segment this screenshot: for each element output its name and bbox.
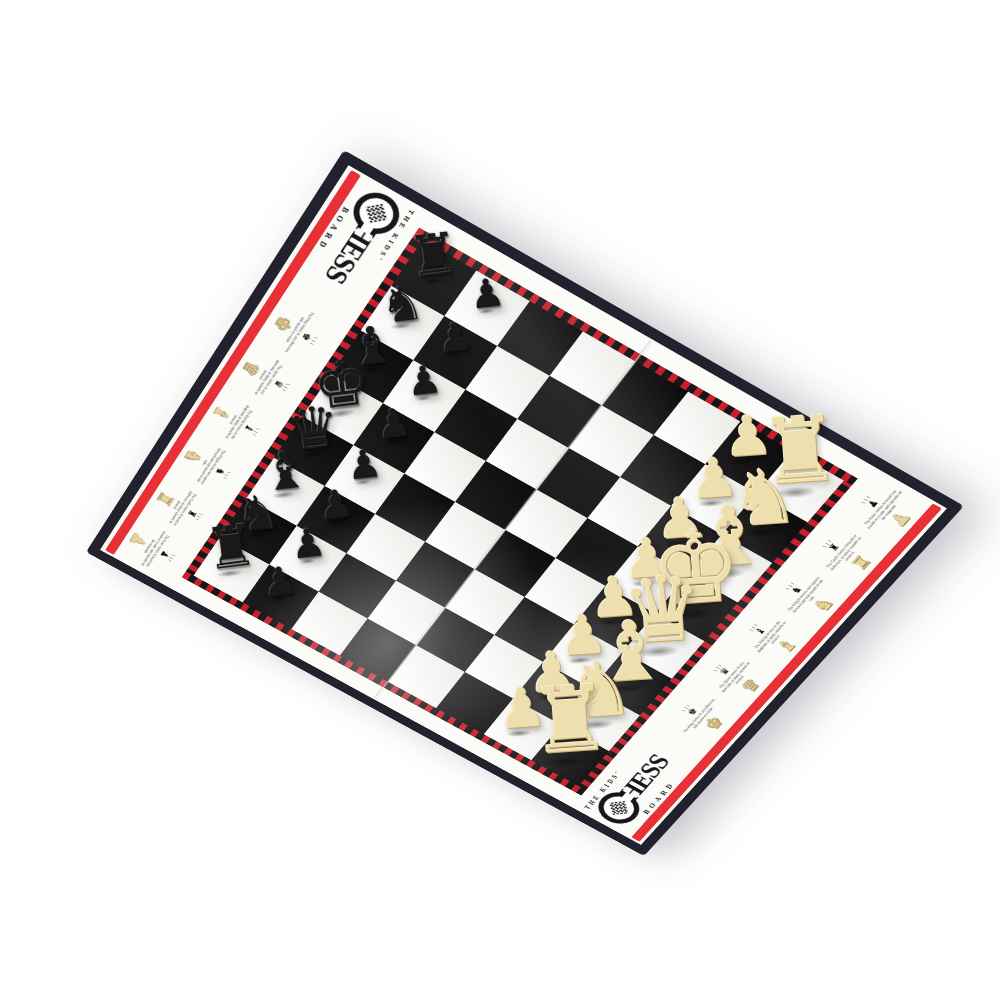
piece-glyph: ♜ [202,516,260,579]
piece-white-rook-a1[interactable]: ♜ [526,672,613,768]
piece-black-pawn-e7[interactable]: ♟ [374,402,414,445]
piece-glyph: ♟ [404,359,444,402]
chess-board: THE KIDS' HESS BOARD © 1990 Workman Publ… [86,150,964,856]
piece-glyph: ♟ [261,560,301,603]
piece-black-pawn-g7[interactable]: ♟ [435,316,475,359]
piece-black-pawn-f7[interactable]: ♟ [404,359,444,402]
piece-glyph: ♜ [526,672,613,768]
piece-glyph: ♟ [435,316,475,359]
piece-black-pawn-h7[interactable]: ♟ [467,271,507,314]
logo-checkerboard-icon [366,204,388,223]
piece-black-rook-a8[interactable]: ♜ [202,516,260,579]
piece-glyph: ♟ [467,271,507,314]
logo-checkerboard-icon [609,801,628,815]
piece-glyph: ♟ [374,402,414,445]
product-photo-stage: THE KIDS' HESS BOARD © 1990 Workman Publ… [0,0,1000,1000]
piece-black-pawn-a7[interactable]: ♟ [261,560,301,603]
